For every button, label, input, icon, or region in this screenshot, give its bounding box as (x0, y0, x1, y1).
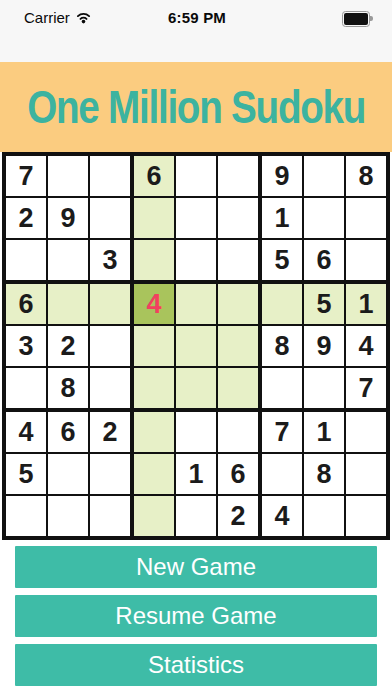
cell-r8c4[interactable] (134, 454, 174, 494)
cell-r5c7[interactable]: 8 (262, 326, 302, 366)
cell-r4c8[interactable]: 5 (304, 284, 344, 324)
cell-r4c3[interactable] (90, 284, 130, 324)
cell-r3c1[interactable] (6, 240, 46, 280)
cell-r3c5[interactable] (176, 240, 216, 280)
cell-r9c1[interactable] (6, 496, 46, 536)
box-1-1: 7293 (6, 156, 130, 280)
resume-game-button[interactable]: Resume Game (15, 595, 377, 637)
cell-r2c2[interactable]: 9 (48, 198, 88, 238)
cell-r2c1[interactable]: 2 (6, 198, 46, 238)
cell-r9c9[interactable] (346, 496, 386, 536)
cell-r8c5[interactable]: 1 (176, 454, 216, 494)
cell-r9c2[interactable] (48, 496, 88, 536)
cell-r3c7[interactable]: 5 (262, 240, 302, 280)
box-3-1: 4625 (6, 412, 130, 536)
cell-r8c8[interactable]: 8 (304, 454, 344, 494)
sudoku-board: 72936981566328451894746251627184 (2, 152, 390, 540)
cell-r2c6[interactable] (218, 198, 258, 238)
cell-r1c3[interactable] (90, 156, 130, 196)
cell-r3c9[interactable] (346, 240, 386, 280)
cell-r8c6[interactable]: 6 (218, 454, 258, 494)
cell-r7c1[interactable]: 4 (6, 412, 46, 452)
cell-r4c7[interactable] (262, 284, 302, 324)
statistics-button[interactable]: Statistics (15, 644, 377, 686)
cell-r7c7[interactable]: 7 (262, 412, 302, 452)
battery-fill (344, 13, 368, 25)
cell-r5c3[interactable] (90, 326, 130, 366)
cell-r4c4[interactable]: 4 (134, 284, 174, 324)
carrier-label: Carrier (24, 9, 70, 26)
cell-r8c9[interactable] (346, 454, 386, 494)
cell-r3c8[interactable]: 6 (304, 240, 344, 280)
cell-r5c8[interactable]: 9 (304, 326, 344, 366)
cell-r1c6[interactable] (218, 156, 258, 196)
cell-r7c3[interactable]: 2 (90, 412, 130, 452)
cell-r2c9[interactable] (346, 198, 386, 238)
cell-r4c6[interactable] (218, 284, 258, 324)
cell-r9c7[interactable]: 4 (262, 496, 302, 536)
cell-r2c5[interactable] (176, 198, 216, 238)
cell-r2c7[interactable]: 1 (262, 198, 302, 238)
cell-r5c5[interactable] (176, 326, 216, 366)
box-2-2: 4 (134, 284, 258, 408)
cell-r2c4[interactable] (134, 198, 174, 238)
box-3-2: 162 (134, 412, 258, 536)
cell-r7c9[interactable] (346, 412, 386, 452)
cell-r9c3[interactable] (90, 496, 130, 536)
cell-r8c3[interactable] (90, 454, 130, 494)
cell-r8c2[interactable] (48, 454, 88, 494)
box-2-3: 518947 (262, 284, 386, 408)
cell-r1c7[interactable]: 9 (262, 156, 302, 196)
cell-r5c1[interactable]: 3 (6, 326, 46, 366)
new-game-button[interactable]: New Game (15, 546, 377, 588)
app-screen: Carrier 6:59 PM One Million Sudoku 72936… (0, 0, 392, 696)
status-bar: Carrier 6:59 PM (0, 0, 392, 62)
cell-r4c2[interactable] (48, 284, 88, 324)
cell-r5c6[interactable] (218, 326, 258, 366)
app-header: One Million Sudoku (0, 62, 392, 152)
cell-r1c2[interactable] (48, 156, 88, 196)
cell-r9c8[interactable] (304, 496, 344, 536)
cell-r9c4[interactable] (134, 496, 174, 536)
cell-r6c9[interactable]: 7 (346, 368, 386, 408)
cell-r1c8[interactable] (304, 156, 344, 196)
cell-r6c2[interactable]: 8 (48, 368, 88, 408)
cell-r6c7[interactable] (262, 368, 302, 408)
cell-r4c5[interactable] (176, 284, 216, 324)
main-menu: New Game Resume Game Statistics (0, 540, 392, 686)
box-2-1: 6328 (6, 284, 130, 408)
cell-r3c2[interactable] (48, 240, 88, 280)
cell-r1c9[interactable]: 8 (346, 156, 386, 196)
box-1-3: 98156 (262, 156, 386, 280)
cell-r6c3[interactable] (90, 368, 130, 408)
cell-r7c4[interactable] (134, 412, 174, 452)
cell-r5c4[interactable] (134, 326, 174, 366)
cell-r1c1[interactable]: 7 (6, 156, 46, 196)
app-title: One Million Sudoku (27, 80, 365, 134)
cell-r8c7[interactable] (262, 454, 302, 494)
cell-r9c6[interactable]: 2 (218, 496, 258, 536)
cell-r3c6[interactable] (218, 240, 258, 280)
box-3-3: 7184 (262, 412, 386, 536)
wifi-icon (75, 11, 92, 24)
cell-r7c6[interactable] (218, 412, 258, 452)
cell-r4c1[interactable]: 6 (6, 284, 46, 324)
cell-r7c2[interactable]: 6 (48, 412, 88, 452)
cell-r6c1[interactable] (6, 368, 46, 408)
cell-r6c4[interactable] (134, 368, 174, 408)
cell-r2c3[interactable] (90, 198, 130, 238)
cell-r5c9[interactable]: 4 (346, 326, 386, 366)
cell-r4c9[interactable]: 1 (346, 284, 386, 324)
cell-r3c3[interactable]: 3 (90, 240, 130, 280)
battery-icon (342, 11, 370, 27)
cell-r6c5[interactable] (176, 368, 216, 408)
cell-r1c4[interactable]: 6 (134, 156, 174, 196)
cell-r7c8[interactable]: 1 (304, 412, 344, 452)
cell-r9c5[interactable] (176, 496, 216, 536)
cell-r6c8[interactable] (304, 368, 344, 408)
cell-r8c1[interactable]: 5 (6, 454, 46, 494)
box-1-2: 6 (134, 156, 258, 280)
cell-r6c6[interactable] (218, 368, 258, 408)
cell-r1c5[interactable] (176, 156, 216, 196)
cell-r3c4[interactable] (134, 240, 174, 280)
clock: 6:59 PM (139, 9, 254, 26)
cell-r7c5[interactable] (176, 412, 216, 452)
cell-r5c2[interactable]: 2 (48, 326, 88, 366)
cell-r2c8[interactable] (304, 198, 344, 238)
